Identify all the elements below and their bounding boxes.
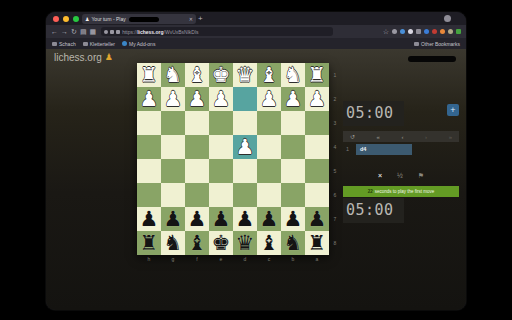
white-pawn[interactable]: ♟ [140, 89, 159, 110]
square-a2[interactable]: ♟ [305, 87, 329, 111]
abort-game-icon[interactable]: × [378, 172, 382, 180]
tab-close-icon[interactable]: ✕ [189, 16, 193, 22]
square-d5[interactable] [233, 159, 257, 183]
black-pawn[interactable]: ♟ [164, 209, 183, 230]
square-a3[interactable] [305, 111, 329, 135]
square-g8[interactable]: ♞ [161, 231, 185, 255]
first-move-timer-banner: 22 seconds to play the first move [343, 186, 459, 197]
rank-label-2: 2 [332, 87, 338, 111]
opponent-clock: 05:00 [343, 101, 404, 126]
square-g1[interactable]: ♞ [161, 63, 185, 87]
square-d3[interactable] [233, 111, 257, 135]
game-panel: 05:00 + ↺«‹›» 1 d4 × ½ ⚑ 22 seconds to p… [343, 101, 459, 231]
lichess-favicon-pawn-icon: ♟ [85, 17, 89, 22]
file-label-f: f [185, 256, 209, 262]
folder-icon [52, 42, 57, 46]
square-e5[interactable] [209, 159, 233, 183]
square-d4[interactable]: ♟ [233, 135, 257, 159]
nav-last-move-icon[interactable]: » [449, 134, 452, 140]
file-label-b: b [281, 256, 305, 262]
tab-title: Your turn - Play [91, 16, 125, 22]
square-b2[interactable]: ♟ [281, 87, 305, 111]
desktop-background: ♟ Your turn - Play ✕ + ← → ↻ ▤ ▦ https:/… [0, 0, 512, 320]
extension-icon-1[interactable] [392, 29, 397, 34]
square-c6[interactable] [257, 183, 281, 207]
square-b3[interactable] [281, 111, 305, 135]
square-e4[interactable] [209, 135, 233, 159]
file-label-e: e [209, 256, 233, 262]
white-pawn[interactable]: ♟ [308, 89, 327, 110]
lock-icon [110, 30, 114, 34]
square-b6[interactable] [281, 183, 305, 207]
square-g5[interactable] [161, 159, 185, 183]
square-e3[interactable] [209, 111, 233, 135]
black-rook[interactable]: ♜ [308, 233, 327, 254]
address-bar[interactable]: https://lichess.org/WvUxBsNlkDls [101, 27, 333, 36]
square-b4[interactable] [281, 135, 305, 159]
black-king[interactable]: ♚ [212, 233, 231, 254]
bookmark-item-my-add-ons[interactable]: My Add-ons [122, 41, 155, 47]
extension-icon-row: ☆ [383, 28, 461, 35]
square-f2[interactable]: ♟ [185, 87, 209, 111]
square-d8[interactable]: ♛ [233, 231, 257, 255]
white-knight[interactable]: ♞ [164, 65, 183, 86]
site-header: lichess.org ♟ [54, 52, 113, 63]
black-pawn[interactable]: ♟ [308, 209, 327, 230]
nav-next-move-icon[interactable]: › [425, 134, 427, 140]
square-b7[interactable]: ♟ [281, 207, 305, 231]
bookmarks-bar: SchachKlettertellerMy Add-ons Other Book… [46, 38, 466, 49]
extension-icon-2[interactable] [400, 29, 405, 34]
tab-bar: ♟ Your turn - Play ✕ + [46, 12, 466, 25]
extensions-grid-icon[interactable]: ▦ [90, 25, 97, 38]
extension-icon-4[interactable] [416, 29, 421, 34]
bookmark-item-schach[interactable]: Schach [52, 41, 76, 47]
square-h7[interactable]: ♟ [137, 207, 161, 231]
square-a6[interactable] [305, 183, 329, 207]
square-e7[interactable]: ♟ [209, 207, 233, 231]
lichess-logo[interactable]: lichess.org [54, 52, 102, 63]
black-pawn[interactable]: ♟ [284, 209, 303, 230]
rank-label-7: 7 [332, 207, 338, 231]
square-a4[interactable] [305, 135, 329, 159]
square-d6[interactable] [233, 183, 257, 207]
square-e8[interactable]: ♚ [209, 231, 233, 255]
forward-icon[interactable]: → [61, 25, 68, 38]
square-a1[interactable]: ♜ [305, 63, 329, 87]
file-label-d: d [233, 256, 257, 262]
square-b5[interactable] [281, 159, 305, 183]
white-knight[interactable]: ♞ [284, 65, 303, 86]
white-bishop[interactable]: ♝ [260, 65, 279, 86]
square-d7[interactable]: ♟ [233, 207, 257, 231]
square-h1[interactable]: ♜ [137, 63, 161, 87]
black-pawn[interactable]: ♟ [260, 209, 279, 230]
rank-labels: 12345678 [332, 63, 338, 255]
white-bishop[interactable]: ♝ [188, 65, 207, 86]
extension-icon-9[interactable] [456, 29, 461, 34]
black-pawn[interactable]: ♟ [236, 209, 255, 230]
square-f8[interactable]: ♝ [185, 231, 209, 255]
browser-window: ♟ Your turn - Play ✕ + ← → ↻ ▤ ▦ https:/… [46, 12, 466, 310]
square-f6[interactable] [185, 183, 209, 207]
maximize-window-button[interactable] [73, 16, 79, 22]
rank-label-6: 6 [332, 183, 338, 207]
extension-icon-8[interactable] [448, 29, 453, 34]
extension-icon-7[interactable] [440, 29, 445, 34]
file-label-h: h [137, 256, 161, 262]
reload-icon[interactable]: ↻ [71, 25, 77, 38]
white-pawn[interactable]: ♟ [188, 89, 207, 110]
black-knight[interactable]: ♞ [284, 233, 303, 254]
player-clock: 05:00 [343, 198, 404, 223]
white-rook[interactable]: ♜ [308, 65, 327, 86]
square-f7[interactable]: ♟ [185, 207, 209, 231]
black-pawn[interactable]: ♟ [188, 209, 207, 230]
bookmark-star-icon[interactable]: ☆ [383, 28, 389, 35]
square-b8[interactable]: ♞ [281, 231, 305, 255]
offer-draw-icon[interactable]: ½ [397, 172, 403, 180]
gold-pawn-icon: ♟ [105, 53, 113, 62]
sync-icon[interactable] [116, 30, 120, 34]
folder-icon [414, 42, 419, 46]
redacted-tab-text [129, 17, 159, 22]
square-c1[interactable]: ♝ [257, 63, 281, 87]
shield-icon[interactable] [104, 30, 108, 34]
bookmark-items: SchachKlettertellerMy Add-ons [52, 41, 155, 47]
square-c7[interactable]: ♟ [257, 207, 281, 231]
rank-label-1: 1 [332, 63, 338, 87]
square-b1[interactable]: ♞ [281, 63, 305, 87]
black-bishop[interactable]: ♝ [260, 233, 279, 254]
white-rook[interactable]: ♜ [140, 65, 159, 86]
square-a5[interactable] [305, 159, 329, 183]
square-e6[interactable] [209, 183, 233, 207]
square-e2[interactable]: ♟ [209, 87, 233, 111]
square-a7[interactable]: ♟ [305, 207, 329, 231]
rank-label-4: 4 [332, 135, 338, 159]
square-h2[interactable]: ♟ [137, 87, 161, 111]
nav-cycle-icon[interactable]: ↺ [350, 133, 355, 140]
square-d1[interactable]: ♛ [233, 63, 257, 87]
square-c8[interactable]: ♝ [257, 231, 281, 255]
move-navigation-bar: ↺«‹›» [343, 131, 459, 142]
new-tab-button[interactable]: + [198, 13, 203, 25]
black-pawn[interactable]: ♟ [212, 209, 231, 230]
white-pawn[interactable]: ♟ [236, 137, 255, 158]
extension-icon-6[interactable] [432, 29, 437, 34]
square-f3[interactable] [185, 111, 209, 135]
square-f4[interactable] [185, 135, 209, 159]
square-g4[interactable] [161, 135, 185, 159]
square-c5[interactable] [257, 159, 281, 183]
rank-label-3: 3 [332, 111, 338, 135]
url-text[interactable]: https://lichess.org/WvUxBsNlkDls [122, 29, 198, 35]
square-f1[interactable]: ♝ [185, 63, 209, 87]
black-knight[interactable]: ♞ [164, 233, 183, 254]
other-bookmarks-button[interactable]: Other Bookmarks [414, 41, 460, 47]
square-h6[interactable] [137, 183, 161, 207]
browser-toolbar: ← → ↻ ▤ ▦ https://lichess.org/WvUxBsNlkD… [46, 25, 466, 38]
file-label-a: a [305, 256, 329, 262]
move-number: 1 [343, 146, 356, 152]
square-d2[interactable] [233, 87, 257, 111]
black-pawn[interactable]: ♟ [140, 209, 159, 230]
close-window-button[interactable] [53, 16, 59, 22]
browser-tab[interactable]: ♟ Your turn - Play ✕ [82, 14, 196, 24]
extension-icon-5[interactable] [424, 29, 429, 34]
square-g3[interactable] [161, 111, 185, 135]
square-e1[interactable]: ♚ [209, 63, 233, 87]
square-g7[interactable]: ♟ [161, 207, 185, 231]
redacted-username [408, 56, 456, 62]
addons-icon [122, 41, 127, 46]
give-time-button[interactable]: + [447, 104, 459, 116]
bookmark-item-kletterteller[interactable]: Kletterteller [83, 41, 115, 47]
nav-first-move-icon[interactable]: « [377, 134, 380, 140]
white-pawn[interactable]: ♟ [284, 89, 303, 110]
file-label-g: g [161, 256, 185, 262]
chess-board: ♜♞♝♚♛♝♞♜♟♟♟♟♟♟♟♟♟♟♟♟♟♟♟♟♜♞♝♚♛♝♞♜ [137, 63, 329, 255]
square-g6[interactable] [161, 183, 185, 207]
rank-label-8: 8 [332, 231, 338, 255]
file-labels: hgfedcba [137, 256, 329, 262]
game-action-buttons: × ½ ⚑ [343, 172, 459, 180]
square-h5[interactable] [137, 159, 161, 183]
white-king[interactable]: ♚ [212, 65, 231, 86]
move-list-row: 1 d4 [343, 143, 459, 155]
rank-label-5: 5 [332, 159, 338, 183]
sidebar-icon[interactable]: ▤ [80, 25, 87, 38]
square-h3[interactable] [137, 111, 161, 135]
back-icon[interactable]: ← [51, 25, 58, 38]
square-a8[interactable]: ♜ [305, 231, 329, 255]
white-queen[interactable]: ♛ [236, 65, 255, 86]
black-bishop[interactable]: ♝ [188, 233, 207, 254]
white-pawn[interactable]: ♟ [212, 89, 231, 110]
black-queen[interactable]: ♛ [236, 233, 255, 254]
square-h8[interactable]: ♜ [137, 231, 161, 255]
square-c4[interactable] [257, 135, 281, 159]
black-rook[interactable]: ♜ [140, 233, 159, 254]
minimize-window-button[interactable] [63, 16, 69, 22]
traffic-lights [53, 16, 79, 22]
file-label-c: c [257, 256, 281, 262]
square-c3[interactable] [257, 111, 281, 135]
lichess-page: lichess.org ♟ ♜♞♝♚♛♝♞♜♟♟♟♟♟♟♟♟♟♟♟♟♟♟♟♟♜♞… [46, 49, 466, 310]
square-c2[interactable]: ♟ [257, 87, 281, 111]
nav-previous-move-icon[interactable]: ‹ [402, 134, 404, 140]
move-d4[interactable]: d4 [356, 144, 412, 155]
square-g2[interactable]: ♟ [161, 87, 185, 111]
folder-icon [83, 42, 88, 46]
profile-icon[interactable] [444, 15, 451, 22]
resign-flag-icon[interactable]: ⚑ [418, 172, 424, 180]
extension-icon-3[interactable] [408, 29, 413, 34]
square-h4[interactable] [137, 135, 161, 159]
white-pawn[interactable]: ♟ [164, 89, 183, 110]
white-pawn[interactable]: ♟ [260, 89, 279, 110]
square-f5[interactable] [185, 159, 209, 183]
